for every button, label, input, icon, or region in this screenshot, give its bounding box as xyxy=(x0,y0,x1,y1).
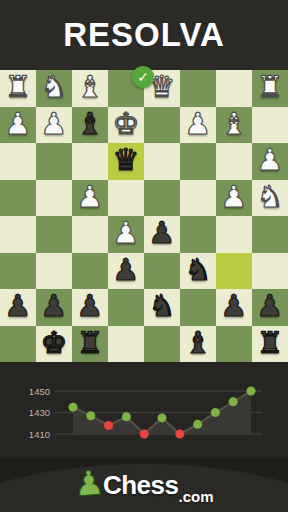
square-b3[interactable] xyxy=(216,143,252,180)
white-pawn[interactable]: ♟ xyxy=(77,182,104,212)
square-b4[interactable]: ♟ xyxy=(216,180,252,217)
chart-point-loss xyxy=(104,421,113,430)
header: RESOLVA xyxy=(0,0,288,70)
square-a5[interactable] xyxy=(252,216,288,253)
black-king[interactable]: ♚ xyxy=(41,328,68,358)
square-d8[interactable] xyxy=(144,326,180,363)
black-pawn[interactable]: ♟ xyxy=(113,255,140,285)
square-h3[interactable] xyxy=(0,143,36,180)
black-rook[interactable]: ♜ xyxy=(77,328,104,358)
square-g6[interactable] xyxy=(36,253,72,290)
footer: ♟Chess.com xyxy=(0,458,288,512)
square-a7[interactable]: ♟ xyxy=(252,289,288,326)
white-pawn[interactable]: ♟ xyxy=(113,218,140,248)
square-c7[interactable] xyxy=(180,289,216,326)
ytick-1430: 1430 xyxy=(29,407,50,418)
square-c6[interactable]: ♞ xyxy=(180,253,216,290)
black-rook[interactable]: ♜ xyxy=(257,328,284,358)
square-g5[interactable] xyxy=(36,216,72,253)
pawn-logo-icon: ♟ xyxy=(73,465,106,501)
white-pawn[interactable]: ♟ xyxy=(41,109,68,139)
square-a4[interactable]: ♞ xyxy=(252,180,288,217)
square-f3[interactable] xyxy=(72,143,108,180)
square-h4[interactable] xyxy=(0,180,36,217)
square-f6[interactable] xyxy=(72,253,108,290)
chart-point-win xyxy=(211,408,220,417)
square-b2[interactable]: ♝ xyxy=(216,107,252,144)
square-f2[interactable]: ♝ xyxy=(72,107,108,144)
black-pawn[interactable]: ♟ xyxy=(41,291,68,321)
black-pawn[interactable]: ♟ xyxy=(5,291,32,321)
square-c2[interactable]: ♟ xyxy=(180,107,216,144)
square-d3[interactable] xyxy=(144,143,180,180)
square-h7[interactable]: ♟ xyxy=(0,289,36,326)
white-king[interactable]: ♚ xyxy=(113,109,140,139)
page-title: RESOLVA xyxy=(63,16,225,54)
square-h2[interactable]: ♟ xyxy=(0,107,36,144)
square-h1[interactable]: ♜ xyxy=(0,70,36,107)
square-d6[interactable] xyxy=(144,253,180,290)
black-pawn[interactable]: ♟ xyxy=(257,291,284,321)
black-bishop[interactable]: ♝ xyxy=(77,109,104,139)
square-a6[interactable] xyxy=(252,253,288,290)
ytick-1410: 1410 xyxy=(29,429,50,440)
square-b8[interactable] xyxy=(216,326,252,363)
white-pawn[interactable]: ♟ xyxy=(185,109,212,139)
square-c1[interactable] xyxy=(180,70,216,107)
square-c3[interactable] xyxy=(180,143,216,180)
square-d7[interactable]: ♞ xyxy=(144,289,180,326)
square-g1[interactable]: ♞ xyxy=(36,70,72,107)
square-c5[interactable] xyxy=(180,216,216,253)
square-g8[interactable]: ♚ xyxy=(36,326,72,363)
square-f4[interactable]: ♟ xyxy=(72,180,108,217)
chart-point-win xyxy=(86,411,95,420)
correct-move-check-icon: ✓ xyxy=(132,66,154,88)
black-pawn[interactable]: ♟ xyxy=(221,291,248,321)
square-b1[interactable] xyxy=(216,70,252,107)
square-a3[interactable]: ♟ xyxy=(252,143,288,180)
square-e5[interactable]: ♟ xyxy=(108,216,144,253)
black-knight[interactable]: ♞ xyxy=(185,255,212,285)
square-f5[interactable] xyxy=(72,216,108,253)
square-e7[interactable] xyxy=(108,289,144,326)
white-bishop[interactable]: ♝ xyxy=(77,72,104,102)
white-pawn[interactable]: ♟ xyxy=(221,182,248,212)
ytick-1450: 1450 xyxy=(29,386,50,397)
square-a8[interactable]: ♜ xyxy=(252,326,288,363)
chart-point-loss xyxy=(175,430,184,439)
rating-chart: 145014301410 xyxy=(0,362,288,458)
square-e8[interactable] xyxy=(108,326,144,363)
rating-chart-svg: 145014301410 xyxy=(0,362,288,458)
white-knight[interactable]: ♞ xyxy=(41,72,68,102)
square-g7[interactable]: ♟ xyxy=(36,289,72,326)
square-c8[interactable]: ♝ xyxy=(180,326,216,363)
black-knight[interactable]: ♞ xyxy=(149,291,176,321)
square-f1[interactable]: ♝ xyxy=(72,70,108,107)
square-g2[interactable]: ♟ xyxy=(36,107,72,144)
chesscom-logo[interactable]: ♟Chess.com xyxy=(0,458,288,512)
square-f8[interactable]: ♜ xyxy=(72,326,108,363)
square-c4[interactable] xyxy=(180,180,216,217)
black-bishop[interactable]: ♝ xyxy=(185,328,212,358)
square-b5[interactable] xyxy=(216,216,252,253)
square-e3[interactable]: ♛ xyxy=(108,143,144,180)
chart-point-win xyxy=(158,413,167,422)
white-rook[interactable]: ♜ xyxy=(5,72,32,102)
brand-name: Chess xyxy=(103,470,179,501)
square-d2[interactable] xyxy=(144,107,180,144)
square-b6[interactable] xyxy=(216,253,252,290)
ad-screenshot: RESOLVA ♜♞♝♛♜♟♟♝♚♟♝♛♟♟♟♞♟♟♟♞♟♟♟♞♟♟♚♜♝♜ ✓… xyxy=(0,0,288,512)
square-g3[interactable] xyxy=(36,143,72,180)
square-h5[interactable] xyxy=(0,216,36,253)
square-d4[interactable] xyxy=(144,180,180,217)
chart-point-loss xyxy=(140,430,149,439)
white-bishop[interactable]: ♝ xyxy=(221,109,248,139)
white-pawn[interactable]: ♟ xyxy=(5,109,32,139)
black-queen[interactable]: ♛ xyxy=(113,145,140,175)
square-b7[interactable]: ♟ xyxy=(216,289,252,326)
chart-point-win xyxy=(193,420,202,429)
square-h8[interactable] xyxy=(0,326,36,363)
square-a2[interactable] xyxy=(252,107,288,144)
square-e2[interactable]: ♚ xyxy=(108,107,144,144)
square-g4[interactable] xyxy=(36,180,72,217)
white-pawn[interactable]: ♟ xyxy=(257,145,284,175)
chess-board[interactable]: ♜♞♝♛♜♟♟♝♚♟♝♛♟♟♟♞♟♟♟♞♟♟♟♞♟♟♚♜♝♜ xyxy=(0,70,288,362)
square-a1[interactable]: ♜ xyxy=(252,70,288,107)
chart-point-win xyxy=(229,397,238,406)
brand-suffix: .com xyxy=(179,488,214,512)
chart-point-win xyxy=(122,412,131,421)
black-pawn[interactable]: ♟ xyxy=(77,291,104,321)
white-rook[interactable]: ♜ xyxy=(257,72,284,102)
black-pawn[interactable]: ♟ xyxy=(149,218,176,248)
square-d5[interactable]: ♟ xyxy=(144,216,180,253)
chart-point-win xyxy=(69,403,78,412)
chart-point-win xyxy=(247,387,256,396)
square-f7[interactable]: ♟ xyxy=(72,289,108,326)
square-e4[interactable] xyxy=(108,180,144,217)
square-e6[interactable]: ♟ xyxy=(108,253,144,290)
white-knight[interactable]: ♞ xyxy=(257,182,284,212)
square-h6[interactable] xyxy=(0,253,36,290)
